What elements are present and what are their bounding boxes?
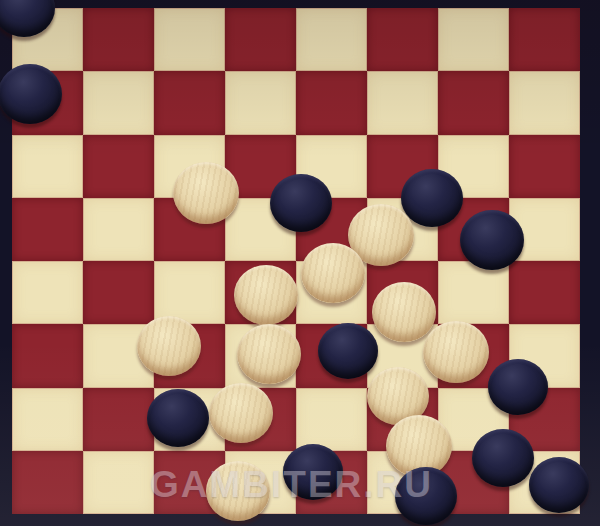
checker-white[interactable] [372, 282, 436, 342]
checker-white[interactable] [423, 321, 489, 383]
square-r6c1[interactable] [83, 388, 154, 451]
square-r0c2[interactable] [154, 8, 225, 71]
square-r1c4[interactable] [296, 71, 367, 134]
checker-black[interactable] [283, 444, 343, 500]
checkers-board-photo: GAMBITER.RU [0, 0, 600, 526]
square-r0c5[interactable] [367, 8, 438, 71]
square-r0c7[interactable] [509, 8, 580, 71]
checker-black[interactable] [472, 429, 534, 487]
square-r0c3[interactable] [225, 8, 296, 71]
square-r1c7[interactable] [509, 71, 580, 134]
square-r1c2[interactable] [154, 71, 225, 134]
checker-black[interactable] [529, 457, 589, 513]
checker-white[interactable] [206, 461, 270, 521]
square-r7c1[interactable] [83, 451, 154, 514]
checker-black[interactable] [401, 169, 463, 227]
square-r1c3[interactable] [225, 71, 296, 134]
square-r2c0[interactable] [12, 135, 83, 198]
square-r5c0[interactable] [12, 324, 83, 387]
checker-black[interactable] [460, 210, 524, 270]
checker-white[interactable] [173, 162, 239, 224]
checker-black[interactable] [318, 323, 378, 379]
square-r4c7[interactable] [509, 261, 580, 324]
checker-black[interactable] [0, 64, 62, 124]
checker-white[interactable] [301, 243, 365, 303]
checker-black[interactable] [270, 174, 332, 232]
square-r3c1[interactable] [83, 198, 154, 261]
square-r2c1[interactable] [83, 135, 154, 198]
square-r4c0[interactable] [12, 261, 83, 324]
square-r4c2[interactable] [154, 261, 225, 324]
checker-white[interactable] [209, 383, 273, 443]
square-r0c1[interactable] [83, 8, 154, 71]
checker-black[interactable] [147, 389, 209, 447]
checker-black[interactable] [488, 359, 548, 415]
square-r6c4[interactable] [296, 388, 367, 451]
checker-white[interactable] [137, 316, 201, 376]
square-r2c7[interactable] [509, 135, 580, 198]
square-r3c0[interactable] [12, 198, 83, 261]
square-r1c5[interactable] [367, 71, 438, 134]
square-r7c0[interactable] [12, 451, 83, 514]
checker-white[interactable] [234, 265, 298, 325]
square-r1c1[interactable] [83, 71, 154, 134]
square-r1c6[interactable] [438, 71, 509, 134]
square-r0c4[interactable] [296, 8, 367, 71]
square-r4c1[interactable] [83, 261, 154, 324]
square-r6c0[interactable] [12, 388, 83, 451]
checker-white[interactable] [237, 324, 301, 384]
square-r4c6[interactable] [438, 261, 509, 324]
square-r0c6[interactable] [438, 8, 509, 71]
checker-black[interactable] [395, 467, 457, 525]
